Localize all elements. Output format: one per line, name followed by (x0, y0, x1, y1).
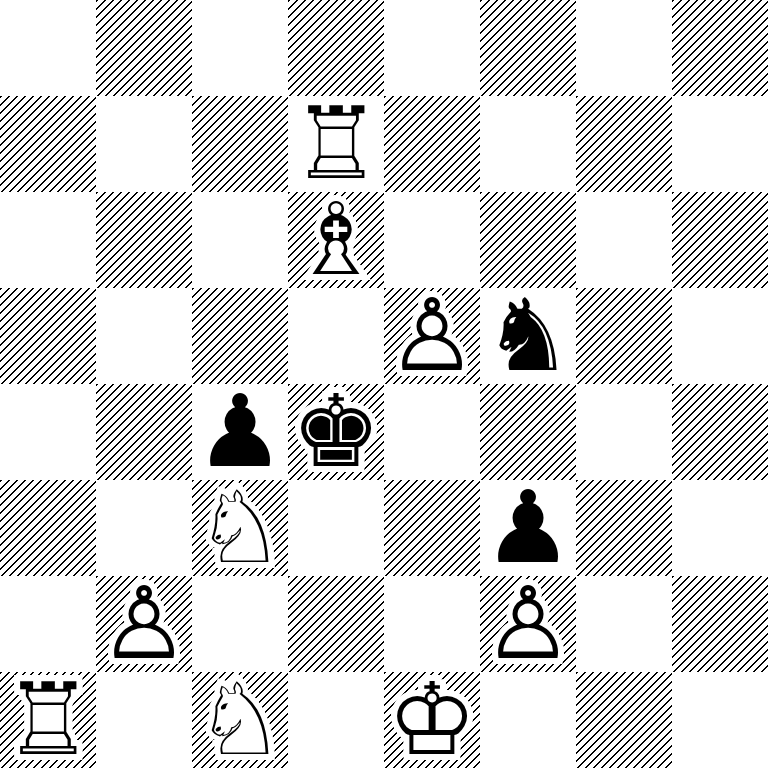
piece-black-pawn[interactable]: ♟♟ (192, 384, 288, 480)
white-pawn-icon: ♙ (96, 576, 192, 672)
square-g4[interactable] (576, 384, 672, 480)
piece-white-pawn[interactable]: ♟♙ (384, 288, 480, 384)
square-f4[interactable] (480, 384, 576, 480)
square-b6[interactable] (96, 192, 192, 288)
square-d7[interactable]: ♜♖ (288, 96, 384, 192)
square-f6[interactable] (480, 192, 576, 288)
square-b5[interactable] (96, 288, 192, 384)
square-e5[interactable]: ♟♙ (384, 288, 480, 384)
square-h2[interactable] (672, 576, 768, 672)
square-h5[interactable] (672, 288, 768, 384)
square-a2[interactable] (0, 576, 96, 672)
square-a6[interactable] (0, 192, 96, 288)
square-g7[interactable] (576, 96, 672, 192)
black-pawn-icon: ♟ (192, 384, 288, 480)
square-a7[interactable] (0, 96, 96, 192)
square-d3[interactable] (288, 480, 384, 576)
piece-white-king[interactable]: ♚♔ (384, 672, 480, 768)
square-a5[interactable] (0, 288, 96, 384)
square-d1[interactable] (288, 672, 384, 768)
square-g2[interactable] (576, 576, 672, 672)
square-h6[interactable] (672, 192, 768, 288)
square-b2[interactable]: ♟♙ (96, 576, 192, 672)
square-g3[interactable] (576, 480, 672, 576)
square-f3[interactable]: ♟♟ (480, 480, 576, 576)
square-a3[interactable] (0, 480, 96, 576)
piece-black-pawn[interactable]: ♟♟ (480, 480, 576, 576)
piece-black-knight[interactable]: ♞♞ (480, 288, 576, 384)
square-f8[interactable] (480, 0, 576, 96)
square-e7[interactable] (384, 96, 480, 192)
square-h8[interactable] (672, 0, 768, 96)
square-h7[interactable] (672, 96, 768, 192)
square-g5[interactable] (576, 288, 672, 384)
square-c7[interactable] (192, 96, 288, 192)
square-c1[interactable]: ♞♘ (192, 672, 288, 768)
square-e3[interactable] (384, 480, 480, 576)
square-e4[interactable] (384, 384, 480, 480)
square-b4[interactable] (96, 384, 192, 480)
square-d6[interactable]: ♝♗ (288, 192, 384, 288)
black-king-icon: ♚ (288, 384, 384, 480)
square-d8[interactable] (288, 0, 384, 96)
piece-white-rook[interactable]: ♜♖ (288, 96, 384, 192)
piece-white-bishop[interactable]: ♝♗ (288, 192, 384, 288)
square-e8[interactable] (384, 0, 480, 96)
square-d2[interactable] (288, 576, 384, 672)
white-pawn-icon: ♙ (480, 576, 576, 672)
piece-white-rook[interactable]: ♜♖ (0, 672, 96, 768)
square-a4[interactable] (0, 384, 96, 480)
square-g6[interactable] (576, 192, 672, 288)
white-bishop-icon: ♗ (288, 192, 384, 288)
piece-white-knight[interactable]: ♞♘ (192, 480, 288, 576)
white-pawn-icon: ♙ (384, 288, 480, 384)
square-f7[interactable] (480, 96, 576, 192)
black-pawn-icon: ♟ (480, 480, 576, 576)
square-b8[interactable] (96, 0, 192, 96)
piece-white-pawn[interactable]: ♟♙ (96, 576, 192, 672)
square-e2[interactable] (384, 576, 480, 672)
square-e6[interactable] (384, 192, 480, 288)
square-b1[interactable] (96, 672, 192, 768)
square-d5[interactable] (288, 288, 384, 384)
square-c3[interactable]: ♞♘ (192, 480, 288, 576)
piece-white-pawn[interactable]: ♟♙ (480, 576, 576, 672)
square-h3[interactable] (672, 480, 768, 576)
square-b7[interactable] (96, 96, 192, 192)
square-c5[interactable] (192, 288, 288, 384)
white-rook-icon: ♖ (0, 672, 96, 768)
square-g1[interactable] (576, 672, 672, 768)
white-rook-icon: ♖ (288, 96, 384, 192)
square-a1[interactable]: ♜♖ (0, 672, 96, 768)
white-knight-icon: ♘ (192, 480, 288, 576)
square-c4[interactable]: ♟♟ (192, 384, 288, 480)
white-knight-icon: ♘ (192, 672, 288, 768)
square-c2[interactable] (192, 576, 288, 672)
square-h1[interactable] (672, 672, 768, 768)
white-king-icon: ♔ (384, 672, 480, 768)
square-e1[interactable]: ♚♔ (384, 672, 480, 768)
square-g8[interactable] (576, 0, 672, 96)
piece-white-knight[interactable]: ♞♘ (192, 672, 288, 768)
square-f1[interactable] (480, 672, 576, 768)
square-c6[interactable] (192, 192, 288, 288)
square-f5[interactable]: ♞♞ (480, 288, 576, 384)
chess-board: ♜♖♝♗♟♙♞♞♟♟♚♚♞♘♟♟♟♙♟♙♜♖♞♘♚♔ (0, 0, 768, 768)
square-b3[interactable] (96, 480, 192, 576)
square-d4[interactable]: ♚♚ (288, 384, 384, 480)
square-f2[interactable]: ♟♙ (480, 576, 576, 672)
square-a8[interactable] (0, 0, 96, 96)
square-h4[interactable] (672, 384, 768, 480)
square-c8[interactable] (192, 0, 288, 96)
black-knight-icon: ♞ (480, 288, 576, 384)
piece-black-king[interactable]: ♚♚ (288, 384, 384, 480)
